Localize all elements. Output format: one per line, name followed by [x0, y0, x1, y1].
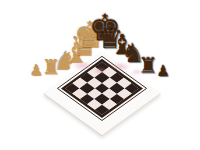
dark-pawn-shadow	[159, 74, 167, 77]
dark-king-piece: ♚	[89, 10, 121, 46]
light-knight-shadow	[58, 64, 72, 67]
dark-pawn-piece: ♟	[156, 64, 169, 79]
dark-bishop-shadow	[115, 49, 130, 53]
dark-rook-piece: ♜	[138, 55, 158, 77]
chess-set-product-photo: ♟♜♞♝♛♚♚♛♝♞♜♟	[0, 0, 200, 150]
light-rook-shadow	[45, 71, 57, 74]
light-rook-piece: ♜	[42, 57, 61, 78]
light-king-shadow	[80, 42, 100, 47]
light-queen-shadow	[75, 50, 93, 54]
dark-knight-shadow	[126, 57, 140, 60]
dark-queen-shadow	[102, 43, 119, 47]
dark-king-shadow	[95, 35, 115, 40]
light-pawn-piece: ♟	[29, 63, 42, 78]
light-bishop-shadow	[69, 57, 84, 61]
light-pawn-shadow	[32, 73, 40, 76]
dark-rook-shadow	[142, 70, 154, 73]
